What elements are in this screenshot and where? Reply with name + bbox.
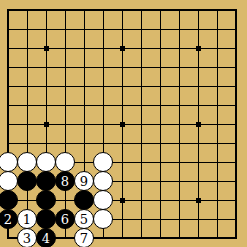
- intersection: [208, 20, 227, 39]
- intersection: [170, 191, 189, 210]
- stone-black: [0, 190, 18, 210]
- intersection: [189, 20, 208, 39]
- intersection: [56, 153, 75, 172]
- move-number: 8: [61, 175, 69, 188]
- intersection: [132, 96, 151, 115]
- intersection: [18, 20, 37, 39]
- intersection: [208, 229, 227, 247]
- intersection: [170, 210, 189, 229]
- intersection: [94, 1, 113, 20]
- intersection: [56, 115, 75, 134]
- intersection: 8: [56, 172, 75, 191]
- intersection: [113, 77, 132, 96]
- intersection: [132, 172, 151, 191]
- intersection: [208, 96, 227, 115]
- intersection: [132, 153, 151, 172]
- intersection: [189, 229, 208, 247]
- intersection: [151, 39, 170, 58]
- intersection: [75, 20, 94, 39]
- intersection: [208, 172, 227, 191]
- intersection: [0, 39, 18, 58]
- intersection: [132, 77, 151, 96]
- intersection: [189, 1, 208, 20]
- intersection: [151, 229, 170, 247]
- intersection: [18, 1, 37, 20]
- intersection: [113, 134, 132, 153]
- intersection: [189, 172, 208, 191]
- intersection: [113, 39, 132, 58]
- intersection: [18, 39, 37, 58]
- go-board-diagram: 892165347: [0, 0, 247, 247]
- intersection: [75, 153, 94, 172]
- intersection: [227, 1, 246, 20]
- intersection: [37, 191, 56, 210]
- intersection: [208, 1, 227, 20]
- move-number: 3: [23, 232, 31, 245]
- go-board: 892165347: [0, 1, 246, 247]
- intersection: [75, 39, 94, 58]
- intersection: [170, 115, 189, 134]
- stone-black-move-2: 2: [0, 209, 18, 229]
- intersection: [113, 229, 132, 247]
- intersection: [94, 96, 113, 115]
- stone-white: [55, 152, 75, 172]
- intersection: [18, 134, 37, 153]
- intersection: 7: [75, 229, 94, 247]
- stone-white-move-3: 3: [17, 228, 37, 247]
- intersection: [189, 96, 208, 115]
- intersection: [189, 58, 208, 77]
- intersection: [0, 96, 18, 115]
- intersection: [189, 77, 208, 96]
- intersection: [37, 153, 56, 172]
- intersection: [227, 96, 246, 115]
- intersection: [0, 58, 18, 77]
- intersection: [0, 134, 18, 153]
- intersection: [208, 153, 227, 172]
- intersection: [227, 58, 246, 77]
- stone-white: [0, 171, 18, 191]
- stone-white: [0, 152, 18, 172]
- stone-white-move-1: 1: [17, 209, 37, 229]
- intersection: [37, 210, 56, 229]
- stone-black: [17, 171, 37, 191]
- intersection: 4: [37, 229, 56, 247]
- intersection: [18, 172, 37, 191]
- intersection: [151, 1, 170, 20]
- intersection: [56, 96, 75, 115]
- intersection: [37, 58, 56, 77]
- stone-white-move-5: 5: [74, 209, 94, 229]
- intersection: [94, 39, 113, 58]
- stone-white: [36, 152, 56, 172]
- intersection: [18, 58, 37, 77]
- intersection: [132, 210, 151, 229]
- intersection: [227, 172, 246, 191]
- move-number: 4: [42, 232, 50, 245]
- intersection: [132, 58, 151, 77]
- intersection: [170, 58, 189, 77]
- intersection: [113, 115, 132, 134]
- intersection: [113, 210, 132, 229]
- intersection: [227, 191, 246, 210]
- intersection: [113, 20, 132, 39]
- intersection: [227, 210, 246, 229]
- intersection: [151, 77, 170, 96]
- stone-black: [36, 171, 56, 191]
- stone-black-move-6: 6: [55, 209, 75, 229]
- intersection: [151, 115, 170, 134]
- intersection: [56, 20, 75, 39]
- intersection: [170, 1, 189, 20]
- intersection: [75, 134, 94, 153]
- intersection: [151, 20, 170, 39]
- intersection: [56, 58, 75, 77]
- intersection: [0, 172, 18, 191]
- intersection: [151, 153, 170, 172]
- intersection: [208, 210, 227, 229]
- intersection: [227, 134, 246, 153]
- stone-white: [93, 152, 113, 172]
- intersection: [208, 134, 227, 153]
- intersection: [189, 210, 208, 229]
- intersection: [37, 172, 56, 191]
- stone-black-move-8: 8: [55, 171, 75, 191]
- intersection: [56, 191, 75, 210]
- intersection: [227, 153, 246, 172]
- intersection: [208, 58, 227, 77]
- intersection: [75, 115, 94, 134]
- intersection: [208, 39, 227, 58]
- intersection: [94, 58, 113, 77]
- intersection: [37, 20, 56, 39]
- intersection: [75, 1, 94, 20]
- intersection: [18, 115, 37, 134]
- intersection: [189, 191, 208, 210]
- stone-black: [36, 190, 56, 210]
- intersection: [94, 134, 113, 153]
- intersection: [56, 229, 75, 247]
- intersection: 5: [75, 210, 94, 229]
- stone-black-move-4: 4: [36, 228, 56, 247]
- intersection: [94, 153, 113, 172]
- intersection: [189, 39, 208, 58]
- intersection: [0, 191, 18, 210]
- stone-black: [74, 190, 94, 210]
- intersection: [94, 191, 113, 210]
- intersection: 1: [18, 210, 37, 229]
- intersection: [0, 1, 18, 20]
- intersection: [170, 39, 189, 58]
- intersection: [170, 229, 189, 247]
- intersection: [170, 77, 189, 96]
- move-number: 2: [4, 213, 12, 226]
- intersection: [170, 172, 189, 191]
- intersection: [37, 77, 56, 96]
- intersection: [0, 153, 18, 172]
- stone-white-move-9: 9: [74, 171, 94, 191]
- stone-white: [93, 190, 113, 210]
- intersection: [113, 172, 132, 191]
- intersection: [18, 191, 37, 210]
- intersection: [56, 39, 75, 58]
- move-number: 9: [80, 175, 88, 188]
- intersection: [170, 153, 189, 172]
- intersection: [75, 58, 94, 77]
- move-number: 1: [23, 213, 31, 226]
- intersection: [113, 1, 132, 20]
- intersection: [132, 1, 151, 20]
- intersection: [18, 96, 37, 115]
- intersection: 9: [75, 172, 94, 191]
- intersection: [37, 115, 56, 134]
- stone-white: [93, 171, 113, 191]
- intersection: [113, 58, 132, 77]
- intersection: [151, 96, 170, 115]
- stone-white: [93, 209, 113, 229]
- intersection: [208, 191, 227, 210]
- intersection: [208, 115, 227, 134]
- intersection: [151, 172, 170, 191]
- intersection: [94, 115, 113, 134]
- intersection: [18, 77, 37, 96]
- intersection: [56, 1, 75, 20]
- intersection: [132, 229, 151, 247]
- intersection: [75, 96, 94, 115]
- intersection: [56, 134, 75, 153]
- intersection: [37, 1, 56, 20]
- intersection: [75, 77, 94, 96]
- intersection: [94, 172, 113, 191]
- intersection: [227, 39, 246, 58]
- intersection: [75, 191, 94, 210]
- intersection: [132, 39, 151, 58]
- intersection: [94, 20, 113, 39]
- intersection: [208, 77, 227, 96]
- move-number: 6: [61, 213, 69, 226]
- stone-white-move-7: 7: [74, 228, 94, 247]
- intersection: [132, 20, 151, 39]
- intersection: [189, 115, 208, 134]
- stone-white: [17, 152, 37, 172]
- intersection: [227, 229, 246, 247]
- intersection: [151, 58, 170, 77]
- intersection: [37, 96, 56, 115]
- intersection: [170, 134, 189, 153]
- intersection: 2: [0, 210, 18, 229]
- intersection: [113, 96, 132, 115]
- intersection: [37, 39, 56, 58]
- intersection: [37, 134, 56, 153]
- intersection: [170, 20, 189, 39]
- intersection: [0, 229, 18, 247]
- intersection: [189, 153, 208, 172]
- intersection: [132, 134, 151, 153]
- intersection: [0, 115, 18, 134]
- intersection: [227, 20, 246, 39]
- intersection: 3: [18, 229, 37, 247]
- intersection: [56, 77, 75, 96]
- intersection: [227, 115, 246, 134]
- intersection: [0, 77, 18, 96]
- move-number: 5: [80, 213, 88, 226]
- intersection: [132, 191, 151, 210]
- intersection: [94, 229, 113, 247]
- intersection: [113, 191, 132, 210]
- intersection: [151, 210, 170, 229]
- stone-black: [36, 209, 56, 229]
- intersection: [94, 77, 113, 96]
- intersection: 6: [56, 210, 75, 229]
- move-number: 7: [80, 232, 88, 245]
- intersection: [0, 20, 18, 39]
- intersection: [151, 191, 170, 210]
- intersection: [170, 96, 189, 115]
- intersection: [132, 115, 151, 134]
- intersection: [113, 153, 132, 172]
- intersection: [227, 77, 246, 96]
- intersection: [18, 153, 37, 172]
- intersection: [189, 134, 208, 153]
- intersection: [94, 210, 113, 229]
- intersection: [151, 134, 170, 153]
